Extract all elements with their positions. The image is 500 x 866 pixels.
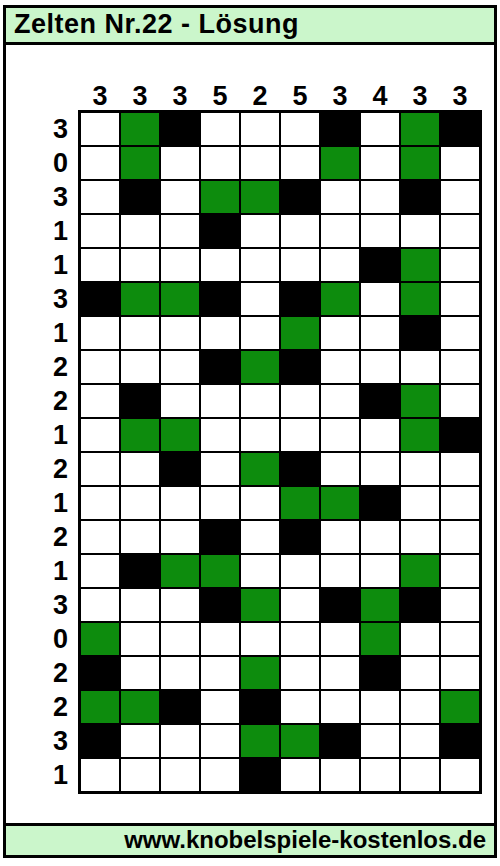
cell-r2c6-empty [280, 146, 320, 180]
cell-r10c8-empty [360, 418, 400, 452]
cell-r12c1-empty [80, 486, 120, 520]
cell-r5c10-empty [440, 248, 480, 282]
cell-r15c4-tent [200, 588, 240, 622]
cell-r3c6-tent [280, 180, 320, 214]
col-clue-9: 3 [400, 83, 440, 110]
cell-r5c4-empty [200, 248, 240, 282]
cell-r5c9-tree [400, 248, 440, 282]
cell-r14c5-empty [240, 554, 280, 588]
cell-r19c8-empty [360, 724, 400, 758]
cell-r15c5-tree [240, 588, 280, 622]
cell-r13c9-empty [400, 520, 440, 554]
cell-r20c5-tent [240, 758, 280, 792]
cell-r1c4-empty [200, 112, 240, 146]
cell-r18c5-tent [240, 690, 280, 724]
cell-r5c6-empty [280, 248, 320, 282]
cell-r4c6-empty [280, 214, 320, 248]
cell-r5c5-empty [240, 248, 280, 282]
row-clue-17: 2 [6, 656, 78, 690]
cell-r5c3-empty [160, 248, 200, 282]
cell-r6c2-tree [120, 282, 160, 316]
cell-r12c10-empty [440, 486, 480, 520]
cell-r6c6-tent [280, 282, 320, 316]
cell-r16c1-tree [80, 622, 120, 656]
cell-r7c2-empty [120, 316, 160, 350]
cell-r2c10-empty [440, 146, 480, 180]
cell-r8c8-empty [360, 350, 400, 384]
row-clue-6: 3 [6, 282, 78, 316]
cell-r11c5-tree [240, 452, 280, 486]
row-clue-1: 3 [6, 112, 78, 146]
cell-r6c7-tree [320, 282, 360, 316]
cell-r19c4-empty [200, 724, 240, 758]
cell-r6c3-tree [160, 282, 200, 316]
cell-r5c7-empty [320, 248, 360, 282]
cell-r9c2-tent [120, 384, 160, 418]
cell-r15c6-empty [280, 588, 320, 622]
cell-r7c6-tree [280, 316, 320, 350]
cell-r20c7-empty [320, 758, 360, 792]
row-clue-7: 1 [6, 316, 78, 350]
cell-r8c2-empty [120, 350, 160, 384]
col-clue-2: 3 [120, 83, 160, 110]
cell-r11c9-empty [400, 452, 440, 486]
cell-r14c10-empty [440, 554, 480, 588]
cell-r10c2-tree [120, 418, 160, 452]
cell-r14c9-tree [400, 554, 440, 588]
cell-r6c5-empty [240, 282, 280, 316]
cell-r11c1-empty [80, 452, 120, 486]
cell-r6c10-empty [440, 282, 480, 316]
row-clue-5: 1 [6, 248, 78, 282]
puzzle-area: 3335253433 30311312212121302231 [3, 45, 497, 823]
cell-r13c4-tent [200, 520, 240, 554]
cell-r4c1-empty [80, 214, 120, 248]
cell-r16c6-empty [280, 622, 320, 656]
cell-r1c7-tent [320, 112, 360, 146]
row-clue-8: 2 [6, 350, 78, 384]
cell-r3c1-empty [80, 180, 120, 214]
cell-r14c4-tree [200, 554, 240, 588]
cell-r4c8-empty [360, 214, 400, 248]
cell-r11c2-empty [120, 452, 160, 486]
cell-r8c3-empty [160, 350, 200, 384]
cell-r16c7-empty [320, 622, 360, 656]
cell-r18c10-tree [440, 690, 480, 724]
col-clue-6: 5 [280, 83, 320, 110]
cell-r6c8-empty [360, 282, 400, 316]
cell-r9c3-empty [160, 384, 200, 418]
cell-r10c4-empty [200, 418, 240, 452]
col-clue-10: 3 [440, 83, 480, 110]
page-title: Zelten Nr.22 - Lösung [3, 5, 497, 45]
col-clue-8: 4 [360, 83, 400, 110]
cell-r15c2-empty [120, 588, 160, 622]
cell-r10c3-tree [160, 418, 200, 452]
cell-r20c9-empty [400, 758, 440, 792]
cell-r18c9-empty [400, 690, 440, 724]
cell-r13c6-tent [280, 520, 320, 554]
cell-r2c5-empty [240, 146, 280, 180]
cell-r13c3-empty [160, 520, 200, 554]
cell-r18c2-tree [120, 690, 160, 724]
cell-r2c8-empty [360, 146, 400, 180]
cell-r3c4-tree [200, 180, 240, 214]
cell-r17c4-empty [200, 656, 240, 690]
col-clues: 3335253433 [80, 78, 494, 110]
cell-r14c3-tree [160, 554, 200, 588]
cell-r18c1-tree [80, 690, 120, 724]
cell-r1c5-empty [240, 112, 280, 146]
cell-r1c8-empty [360, 112, 400, 146]
cell-r15c9-tent [400, 588, 440, 622]
row-clue-9: 2 [6, 384, 78, 418]
cell-r12c6-tree [280, 486, 320, 520]
cell-r3c2-tent [120, 180, 160, 214]
row-clue-13: 2 [6, 520, 78, 554]
row-clue-12: 1 [6, 486, 78, 520]
cell-r10c9-tree [400, 418, 440, 452]
cell-r14c2-tent [120, 554, 160, 588]
cell-r1c2-tree [120, 112, 160, 146]
cell-r9c7-empty [320, 384, 360, 418]
cell-r17c1-tent [80, 656, 120, 690]
cell-r17c3-empty [160, 656, 200, 690]
row-clue-3: 3 [6, 180, 78, 214]
cell-r13c10-empty [440, 520, 480, 554]
col-clue-7: 3 [320, 83, 360, 110]
cell-r9c1-empty [80, 384, 120, 418]
cell-r16c4-empty [200, 622, 240, 656]
cell-r20c8-empty [360, 758, 400, 792]
cell-r20c6-empty [280, 758, 320, 792]
board: 30311312212121302231 [6, 110, 494, 794]
cell-r7c5-empty [240, 316, 280, 350]
row-clue-18: 2 [6, 690, 78, 724]
cell-r9c9-tree [400, 384, 440, 418]
cell-r4c5-empty [240, 214, 280, 248]
col-clue-4: 5 [200, 83, 240, 110]
row-clue-14: 1 [6, 554, 78, 588]
cell-r11c7-empty [320, 452, 360, 486]
row-clue-10: 1 [6, 418, 78, 452]
cell-r20c1-empty [80, 758, 120, 792]
cell-r6c9-tree [400, 282, 440, 316]
cell-r3c10-empty [440, 180, 480, 214]
cell-r2c1-empty [80, 146, 120, 180]
cell-r5c8-tent [360, 248, 400, 282]
cell-r17c9-empty [400, 656, 440, 690]
cell-r2c3-empty [160, 146, 200, 180]
row-clue-15: 3 [6, 588, 78, 622]
cell-r4c7-empty [320, 214, 360, 248]
cell-r4c9-empty [400, 214, 440, 248]
cell-r13c5-empty [240, 520, 280, 554]
cell-r12c2-empty [120, 486, 160, 520]
cell-r16c10-empty [440, 622, 480, 656]
cell-r18c3-tent [160, 690, 200, 724]
cell-r1c10-tent [440, 112, 480, 146]
cell-r3c3-empty [160, 180, 200, 214]
row-clue-11: 2 [6, 452, 78, 486]
cell-r6c4-tent [200, 282, 240, 316]
cell-r1c9-tree [400, 112, 440, 146]
cell-r12c9-empty [400, 486, 440, 520]
cell-r8c10-empty [440, 350, 480, 384]
cell-r14c7-empty [320, 554, 360, 588]
cell-r12c8-tent [360, 486, 400, 520]
row-clue-4: 1 [6, 214, 78, 248]
col-clue-3: 3 [160, 83, 200, 110]
cell-r12c5-empty [240, 486, 280, 520]
cell-r7c9-tent [400, 316, 440, 350]
cell-r10c10-tent [440, 418, 480, 452]
cell-r14c1-empty [80, 554, 120, 588]
cell-r8c1-empty [80, 350, 120, 384]
col-clue-1: 3 [80, 83, 120, 110]
cell-r11c6-tent [280, 452, 320, 486]
cell-r9c8-tent [360, 384, 400, 418]
cell-r11c3-tent [160, 452, 200, 486]
cell-r10c7-empty [320, 418, 360, 452]
cell-r8c9-empty [400, 350, 440, 384]
cell-r3c8-empty [360, 180, 400, 214]
cell-r2c7-tree [320, 146, 360, 180]
cell-r1c1-empty [80, 112, 120, 146]
cell-r13c8-empty [360, 520, 400, 554]
cell-r13c1-empty [80, 520, 120, 554]
cell-r20c3-empty [160, 758, 200, 792]
cell-r16c3-empty [160, 622, 200, 656]
cell-r18c6-empty [280, 690, 320, 724]
cell-r20c4-empty [200, 758, 240, 792]
cell-r17c5-tree [240, 656, 280, 690]
cell-r9c5-empty [240, 384, 280, 418]
cell-r14c6-empty [280, 554, 320, 588]
cell-r10c1-empty [80, 418, 120, 452]
cell-r12c3-empty [160, 486, 200, 520]
cell-r18c8-empty [360, 690, 400, 724]
col-clue-5: 2 [240, 83, 280, 110]
cell-r15c3-empty [160, 588, 200, 622]
cell-r16c2-empty [120, 622, 160, 656]
row-clue-20: 1 [6, 758, 78, 792]
cell-r7c8-empty [360, 316, 400, 350]
tents-grid [78, 110, 482, 794]
cell-r7c10-empty [440, 316, 480, 350]
cell-r2c2-tree [120, 146, 160, 180]
cell-r16c9-empty [400, 622, 440, 656]
cell-r13c2-empty [120, 520, 160, 554]
cell-r11c4-empty [200, 452, 240, 486]
cell-r4c10-empty [440, 214, 480, 248]
cell-r17c7-empty [320, 656, 360, 690]
cell-r14c8-empty [360, 554, 400, 588]
site-url: www.knobelspiele-kostenlos.de [3, 823, 497, 858]
cell-r3c5-tree [240, 180, 280, 214]
cell-r19c6-tree [280, 724, 320, 758]
cell-r20c2-empty [120, 758, 160, 792]
cell-r17c10-empty [440, 656, 480, 690]
row-clue-2: 0 [6, 146, 78, 180]
row-clues: 30311312212121302231 [6, 110, 78, 794]
cell-r19c5-tree [240, 724, 280, 758]
cell-r7c7-empty [320, 316, 360, 350]
cell-r7c4-empty [200, 316, 240, 350]
cell-r8c7-empty [320, 350, 360, 384]
cell-r9c10-empty [440, 384, 480, 418]
cell-r6c1-tent [80, 282, 120, 316]
cell-r7c3-empty [160, 316, 200, 350]
cell-r20c10-empty [440, 758, 480, 792]
cell-r5c1-empty [80, 248, 120, 282]
page: Zelten Nr.22 - Lösung 3335253433 3031131… [0, 0, 500, 866]
cell-r7c1-empty [80, 316, 120, 350]
cell-r11c8-empty [360, 452, 400, 486]
cell-r16c5-empty [240, 622, 280, 656]
cell-r17c6-empty [280, 656, 320, 690]
cell-r10c6-empty [280, 418, 320, 452]
cell-r8c4-tent [200, 350, 240, 384]
cell-r8c6-tent [280, 350, 320, 384]
cell-r19c2-empty [120, 724, 160, 758]
cell-r12c4-empty [200, 486, 240, 520]
cell-r11c10-empty [440, 452, 480, 486]
cell-r15c1-empty [80, 588, 120, 622]
cell-r16c8-tree [360, 622, 400, 656]
cell-r18c4-empty [200, 690, 240, 724]
cell-r3c9-tent [400, 180, 440, 214]
cell-r10c5-empty [240, 418, 280, 452]
cell-r12c7-tree [320, 486, 360, 520]
cell-r19c9-empty [400, 724, 440, 758]
cell-r19c7-tent [320, 724, 360, 758]
cell-r4c3-empty [160, 214, 200, 248]
cell-r4c2-empty [120, 214, 160, 248]
cell-r3c7-empty [320, 180, 360, 214]
cell-r9c4-empty [200, 384, 240, 418]
cell-r15c8-tree [360, 588, 400, 622]
cell-r2c4-empty [200, 146, 240, 180]
cell-r18c7-empty [320, 690, 360, 724]
cell-r2c9-tree [400, 146, 440, 180]
cell-r5c2-empty [120, 248, 160, 282]
cell-r13c7-empty [320, 520, 360, 554]
cell-r8c5-tree [240, 350, 280, 384]
cell-r19c1-tent [80, 724, 120, 758]
cell-r4c4-tent [200, 214, 240, 248]
cell-r9c6-empty [280, 384, 320, 418]
cell-r17c2-empty [120, 656, 160, 690]
cell-r15c7-tent [320, 588, 360, 622]
cell-r17c8-tent [360, 656, 400, 690]
cell-r15c10-empty [440, 588, 480, 622]
cell-r19c10-tent [440, 724, 480, 758]
cell-r1c3-tent [160, 112, 200, 146]
row-clue-19: 3 [6, 724, 78, 758]
cell-r19c3-empty [160, 724, 200, 758]
cell-r1c6-empty [280, 112, 320, 146]
row-clue-16: 0 [6, 622, 78, 656]
